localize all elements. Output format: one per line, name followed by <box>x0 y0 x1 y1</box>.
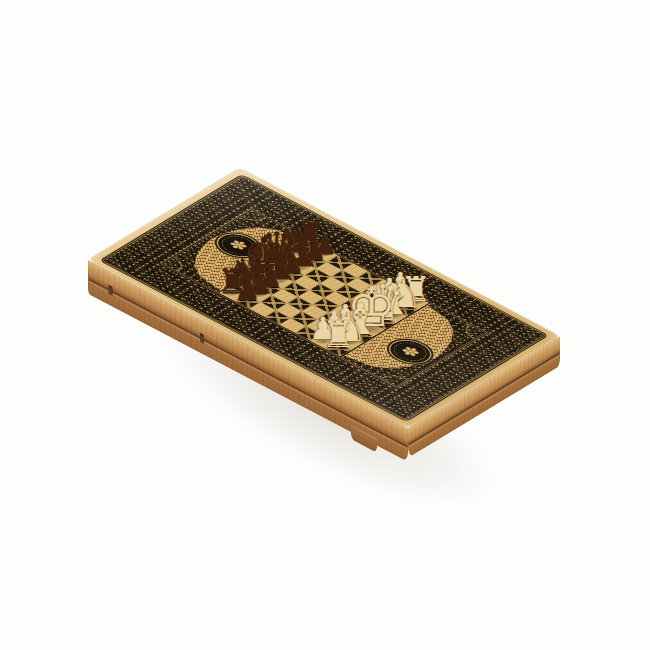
hinge-notch <box>109 284 113 295</box>
pieces-layer: ♜♞♟♝♟♛♟♚♟♝♟♞♟♜♟♟♟♟♜♟♞♟♝♟♛♟♚♟♝♟♞♜ <box>0 0 650 650</box>
chess-piece-white-r[interactable]: ♜ <box>322 317 355 353</box>
hinge-notch <box>200 332 204 343</box>
chess-piece-black-p[interactable]: ♟ <box>234 276 260 305</box>
scene: ✽ ✽ ♜♞♟♝♟♛♟♚♟♝♟♞♟♜♟♟♟♟♜♟♞♟♝♟♛♟♚♟♝♟♞♜ <box>0 0 650 650</box>
rosette-icon: ✽ <box>397 344 424 359</box>
